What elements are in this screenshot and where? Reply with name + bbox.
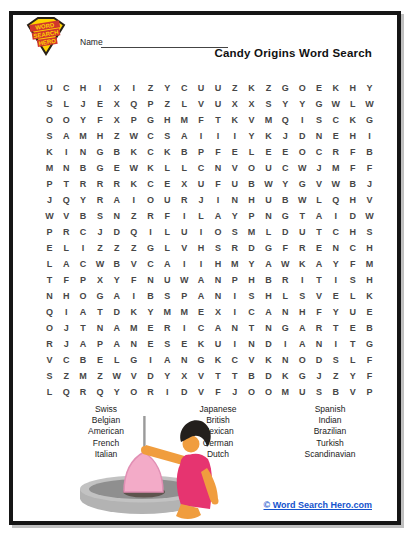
grid-cell[interactable]: Y	[361, 80, 378, 96]
grid-cell[interactable]: A	[108, 320, 125, 336]
grid-cell[interactable]: I	[125, 192, 142, 208]
grid-cell[interactable]: R	[41, 336, 58, 352]
grid-cell[interactable]: X	[92, 272, 109, 288]
grid-cell[interactable]: I	[226, 336, 243, 352]
grid-cell[interactable]: G	[125, 352, 142, 368]
grid-cell[interactable]: L	[311, 192, 328, 208]
grid-cell[interactable]: D	[260, 336, 277, 352]
grid-cell[interactable]: D	[277, 224, 294, 240]
grid-cell[interactable]: H	[344, 128, 361, 144]
grid-cell[interactable]: I	[361, 128, 378, 144]
grid-cell[interactable]: Y	[108, 384, 125, 400]
grid-cell[interactable]: H	[344, 224, 361, 240]
grid-cell[interactable]: A	[294, 320, 311, 336]
grid-cell[interactable]: E	[327, 288, 344, 304]
grid-cell[interactable]: O	[294, 80, 311, 96]
grid-cell[interactable]: I	[176, 256, 193, 272]
copyright-link[interactable]: © Word Search Hero.com	[264, 500, 373, 510]
grid-cell[interactable]: N	[142, 272, 159, 288]
grid-cell[interactable]: U	[159, 272, 176, 288]
grid-cell[interactable]: N	[210, 288, 227, 304]
grid-cell[interactable]: Q	[58, 384, 75, 400]
grid-cell[interactable]: V	[243, 352, 260, 368]
grid-cell[interactable]: E	[193, 304, 210, 320]
grid-cell[interactable]: I	[176, 320, 193, 336]
grid-cell[interactable]: D	[176, 384, 193, 400]
grid-cell[interactable]: T	[226, 368, 243, 384]
grid-cell[interactable]: U	[294, 224, 311, 240]
grid-cell[interactable]: M	[243, 224, 260, 240]
grid-cell[interactable]: F	[193, 112, 210, 128]
grid-cell[interactable]: Y	[75, 192, 92, 208]
grid-cell[interactable]: G	[142, 240, 159, 256]
grid-cell[interactable]: X	[108, 112, 125, 128]
grid-cell[interactable]: I	[159, 384, 176, 400]
grid-cell[interactable]: O	[41, 112, 58, 128]
grid-cell[interactable]: I	[125, 288, 142, 304]
grid-cell[interactable]: Y	[294, 96, 311, 112]
grid-cell[interactable]: F	[361, 368, 378, 384]
grid-cell[interactable]: F	[344, 144, 361, 160]
grid-cell[interactable]: Y	[108, 272, 125, 288]
grid-cell[interactable]: U	[226, 176, 243, 192]
grid-cell[interactable]: Y	[243, 256, 260, 272]
grid-cell[interactable]: I	[176, 208, 193, 224]
grid-cell[interactable]: A	[75, 304, 92, 320]
grid-cell[interactable]: C	[142, 144, 159, 160]
grid-cell[interactable]: B	[142, 288, 159, 304]
grid-cell[interactable]: G	[294, 368, 311, 384]
grid-cell[interactable]: E	[142, 336, 159, 352]
grid-cell[interactable]: I	[327, 208, 344, 224]
grid-cell[interactable]: D	[108, 224, 125, 240]
grid-cell[interactable]: S	[41, 96, 58, 112]
grid-cell[interactable]: G	[92, 288, 109, 304]
grid-cell[interactable]: X	[176, 176, 193, 192]
grid-cell[interactable]: A	[176, 128, 193, 144]
grid-cell[interactable]: V	[41, 352, 58, 368]
grid-cell[interactable]: C	[176, 80, 193, 96]
grid-cell[interactable]: A	[260, 256, 277, 272]
grid-cell[interactable]: P	[41, 176, 58, 192]
grid-cell[interactable]: S	[294, 288, 311, 304]
grid-cell[interactable]: N	[210, 272, 227, 288]
grid-cell[interactable]: L	[344, 96, 361, 112]
grid-cell[interactable]: I	[142, 224, 159, 240]
grid-cell[interactable]: F	[361, 160, 378, 176]
grid-cell[interactable]: G	[361, 336, 378, 352]
grid-cell[interactable]: Y	[277, 176, 294, 192]
grid-cell[interactable]: H	[92, 128, 109, 144]
grid-cell[interactable]: C	[142, 256, 159, 272]
grid-cell[interactable]: N	[108, 208, 125, 224]
grid-cell[interactable]: Q	[41, 304, 58, 320]
grid-cell[interactable]: R	[92, 176, 109, 192]
grid-cell[interactable]: Y	[327, 304, 344, 320]
grid-cell[interactable]: O	[41, 320, 58, 336]
grid-cell[interactable]: D	[142, 368, 159, 384]
grid-cell[interactable]: Z	[327, 368, 344, 384]
grid-cell[interactable]: P	[125, 112, 142, 128]
grid-cell[interactable]: T	[210, 368, 227, 384]
grid-cell[interactable]: Z	[125, 240, 142, 256]
grid-cell[interactable]: A	[159, 352, 176, 368]
grid-cell[interactable]: F	[344, 160, 361, 176]
grid-cell[interactable]: E	[92, 352, 109, 368]
grid-cell[interactable]: O	[243, 384, 260, 400]
grid-cell[interactable]: H	[361, 272, 378, 288]
grid-cell[interactable]: Z	[92, 240, 109, 256]
grid-cell[interactable]: K	[260, 352, 277, 368]
grid-cell[interactable]: O	[294, 352, 311, 368]
grid-cell[interactable]: P	[75, 272, 92, 288]
grid-cell[interactable]: C	[226, 352, 243, 368]
grid-cell[interactable]: L	[41, 384, 58, 400]
grid-cell[interactable]: C	[327, 112, 344, 128]
grid-cell[interactable]: C	[142, 128, 159, 144]
grid-cell[interactable]: W	[125, 160, 142, 176]
grid-cell[interactable]: I	[210, 192, 227, 208]
grid-cell[interactable]: V	[58, 208, 75, 224]
grid-cell[interactable]: G	[92, 144, 109, 160]
grid-cell[interactable]: U	[294, 384, 311, 400]
grid-cell[interactable]: L	[159, 240, 176, 256]
grid-cell[interactable]: B	[75, 160, 92, 176]
grid-cell[interactable]: I	[75, 240, 92, 256]
grid-cell[interactable]: S	[226, 224, 243, 240]
grid-cell[interactable]: K	[125, 176, 142, 192]
grid-cell[interactable]: E	[41, 240, 58, 256]
grid-cell[interactable]: H	[159, 112, 176, 128]
grid-cell[interactable]: H	[344, 80, 361, 96]
grid-cell[interactable]: X	[243, 96, 260, 112]
grid-cell[interactable]: P	[142, 96, 159, 112]
grid-cell[interactable]: T	[210, 112, 227, 128]
grid-cell[interactable]: E	[159, 176, 176, 192]
grid-cell[interactable]: S	[311, 112, 328, 128]
grid-cell[interactable]: M	[75, 128, 92, 144]
grid-cell[interactable]: C	[311, 144, 328, 160]
grid-cell[interactable]: I	[327, 272, 344, 288]
grid-cell[interactable]: V	[125, 256, 142, 272]
grid-cell[interactable]: R	[327, 144, 344, 160]
grid-cell[interactable]: K	[260, 128, 277, 144]
grid-cell[interactable]: F	[361, 352, 378, 368]
grid-cell[interactable]: I	[277, 336, 294, 352]
grid-cell[interactable]: J	[193, 192, 210, 208]
grid-cell[interactable]: K	[361, 288, 378, 304]
grid-cell[interactable]: N	[260, 208, 277, 224]
grid-cell[interactable]: N	[311, 336, 328, 352]
grid-cell[interactable]: E	[176, 336, 193, 352]
grid-cell[interactable]: A	[58, 256, 75, 272]
grid-cell[interactable]: I	[58, 304, 75, 320]
grid-cell[interactable]: C	[193, 160, 210, 176]
grid-cell[interactable]: V	[344, 384, 361, 400]
grid-cell[interactable]: S	[159, 288, 176, 304]
grid-cell[interactable]: V	[125, 368, 142, 384]
grid-cell[interactable]: C	[142, 176, 159, 192]
grid-cell[interactable]: I	[193, 224, 210, 240]
grid-cell[interactable]: G	[142, 112, 159, 128]
grid-cell[interactable]: N	[243, 336, 260, 352]
grid-cell[interactable]: I	[294, 112, 311, 128]
grid-cell[interactable]: S	[92, 208, 109, 224]
grid-cell[interactable]: D	[311, 352, 328, 368]
grid-cell[interactable]: A	[210, 320, 227, 336]
grid-cell[interactable]: T	[327, 320, 344, 336]
grid-cell[interactable]: R	[108, 176, 125, 192]
grid-cell[interactable]: W	[327, 176, 344, 192]
grid-cell[interactable]: K	[41, 144, 58, 160]
grid-cell[interactable]: K	[125, 144, 142, 160]
grid-cell[interactable]: W	[294, 160, 311, 176]
grid-cell[interactable]: T	[311, 272, 328, 288]
grid-cell[interactable]: O	[58, 112, 75, 128]
grid-cell[interactable]: R	[142, 384, 159, 400]
grid-cell[interactable]: M	[125, 320, 142, 336]
grid-cell[interactable]: V	[311, 176, 328, 192]
grid-cell[interactable]: R	[75, 384, 92, 400]
grid-cell[interactable]: J	[361, 176, 378, 192]
grid-cell[interactable]: S	[41, 368, 58, 384]
grid-cell[interactable]: T	[311, 224, 328, 240]
grid-cell[interactable]: I	[142, 352, 159, 368]
grid-cell[interactable]: P	[243, 208, 260, 224]
grid-cell[interactable]: E	[92, 96, 109, 112]
grid-cell[interactable]: N	[260, 320, 277, 336]
grid-cell[interactable]: L	[277, 288, 294, 304]
grid-cell[interactable]: V	[226, 160, 243, 176]
grid-cell[interactable]: L	[344, 288, 361, 304]
grid-cell[interactable]: H	[294, 304, 311, 320]
grid-cell[interactable]: D	[243, 240, 260, 256]
grid-cell[interactable]: G	[193, 352, 210, 368]
grid-cell[interactable]: W	[294, 192, 311, 208]
grid-cell[interactable]: A	[193, 272, 210, 288]
grid-cell[interactable]: Z	[226, 80, 243, 96]
grid-cell[interactable]: I	[226, 304, 243, 320]
grid-cell[interactable]: K	[327, 80, 344, 96]
grid-cell[interactable]: M	[226, 256, 243, 272]
grid-cell[interactable]: I	[294, 272, 311, 288]
grid-cell[interactable]: W	[108, 368, 125, 384]
grid-cell[interactable]: S	[243, 288, 260, 304]
grid-cell[interactable]: Z	[125, 208, 142, 224]
grid-cell[interactable]: I	[125, 80, 142, 96]
grid-cell[interactable]: Z	[58, 368, 75, 384]
grid-cell[interactable]: T	[243, 320, 260, 336]
grid-cell[interactable]: V	[176, 240, 193, 256]
grid-cell[interactable]: O	[75, 288, 92, 304]
grid-cell[interactable]: J	[311, 368, 328, 384]
grid-cell[interactable]: O	[142, 192, 159, 208]
grid-cell[interactable]: K	[277, 368, 294, 384]
grid-cell[interactable]: V	[193, 368, 210, 384]
grid-cell[interactable]: U	[193, 80, 210, 96]
grid-cell[interactable]: T	[344, 336, 361, 352]
grid-cell[interactable]: H	[243, 272, 260, 288]
grid-cell[interactable]: C	[327, 224, 344, 240]
grid-cell[interactable]: A	[108, 192, 125, 208]
grid-cell[interactable]: Y	[327, 256, 344, 272]
grid-cell[interactable]: W	[361, 96, 378, 112]
grid-cell[interactable]: I	[193, 256, 210, 272]
grid-cell[interactable]: F	[159, 208, 176, 224]
grid-cell[interactable]: S	[361, 224, 378, 240]
grid-cell[interactable]: I	[226, 128, 243, 144]
grid-cell[interactable]: M	[260, 112, 277, 128]
grid-cell[interactable]: G	[361, 112, 378, 128]
grid-cell[interactable]: J	[75, 96, 92, 112]
grid-cell[interactable]: T	[58, 176, 75, 192]
grid-cell[interactable]: V	[193, 96, 210, 112]
grid-cell[interactable]: S	[327, 352, 344, 368]
grid-cell[interactable]: S	[311, 384, 328, 400]
grid-cell[interactable]: Y	[243, 128, 260, 144]
grid-cell[interactable]: P	[226, 272, 243, 288]
grid-cell[interactable]: N	[226, 320, 243, 336]
grid-cell[interactable]: V	[311, 288, 328, 304]
grid-cell[interactable]: M	[327, 160, 344, 176]
grid-cell[interactable]: D	[344, 208, 361, 224]
grid-cell[interactable]: A	[58, 128, 75, 144]
grid-cell[interactable]: R	[142, 208, 159, 224]
grid-cell[interactable]: N	[176, 352, 193, 368]
grid-cell[interactable]: H	[58, 288, 75, 304]
grid-cell[interactable]: Y	[75, 112, 92, 128]
grid-cell[interactable]: E	[142, 320, 159, 336]
grid-cell[interactable]: I	[226, 288, 243, 304]
grid-cell[interactable]: C	[75, 256, 92, 272]
grid-cell[interactable]: T	[41, 272, 58, 288]
grid-cell[interactable]: W	[92, 256, 109, 272]
grid-cell[interactable]: E	[108, 160, 125, 176]
grid-cell[interactable]: Z	[92, 368, 109, 384]
grid-cell[interactable]: A	[75, 336, 92, 352]
grid-cell[interactable]: K	[142, 160, 159, 176]
grid-cell[interactable]: E	[277, 144, 294, 160]
grid-cell[interactable]: Q	[58, 192, 75, 208]
grid-cell[interactable]: S	[260, 96, 277, 112]
grid-cell[interactable]: Q	[327, 192, 344, 208]
grid-cell[interactable]: B	[108, 256, 125, 272]
grid-cell[interactable]: E	[327, 128, 344, 144]
grid-cell[interactable]: G	[260, 240, 277, 256]
grid-cell[interactable]: S	[210, 240, 227, 256]
grid-cell[interactable]: A	[210, 208, 227, 224]
grid-cell[interactable]: M	[159, 304, 176, 320]
grid-cell[interactable]: P	[92, 336, 109, 352]
grid-cell[interactable]: N	[92, 320, 109, 336]
grid-cell[interactable]: G	[277, 208, 294, 224]
grid-cell[interactable]: X	[226, 96, 243, 112]
grid-cell[interactable]: P	[41, 224, 58, 240]
grid-cell[interactable]: Z	[159, 96, 176, 112]
grid-cell[interactable]: K	[159, 144, 176, 160]
grid-cell[interactable]: W	[260, 176, 277, 192]
grid-cell[interactable]: E	[311, 80, 328, 96]
grid-cell[interactable]: H	[193, 240, 210, 256]
grid-cell[interactable]: N	[125, 336, 142, 352]
grid-cell[interactable]: B	[243, 176, 260, 192]
grid-cell[interactable]: J	[58, 336, 75, 352]
grid-cell[interactable]: D	[108, 304, 125, 320]
grid-cell[interactable]: N	[226, 192, 243, 208]
grid-cell[interactable]: L	[260, 224, 277, 240]
grid-cell[interactable]: F	[58, 272, 75, 288]
grid-cell[interactable]: B	[75, 208, 92, 224]
grid-cell[interactable]: G	[277, 80, 294, 96]
grid-cell[interactable]: V	[193, 384, 210, 400]
grid-cell[interactable]: L	[159, 224, 176, 240]
grid-cell[interactable]: I	[193, 128, 210, 144]
grid-cell[interactable]: U	[344, 304, 361, 320]
grid-cell[interactable]: A	[294, 336, 311, 352]
grid-cell[interactable]: O	[210, 224, 227, 240]
grid-cell[interactable]: C	[193, 320, 210, 336]
grid-cell[interactable]: C	[75, 224, 92, 240]
grid-cell[interactable]: B	[243, 368, 260, 384]
grid-cell[interactable]: R	[159, 320, 176, 336]
grid-cell[interactable]: R	[75, 176, 92, 192]
grid-cell[interactable]: F	[277, 240, 294, 256]
grid-cell[interactable]: Z	[260, 80, 277, 96]
grid-cell[interactable]: J	[58, 320, 75, 336]
grid-cell[interactable]: I	[92, 80, 109, 96]
grid-cell[interactable]: W	[176, 272, 193, 288]
grid-cell[interactable]: X	[176, 368, 193, 384]
grid-cell[interactable]: A	[311, 256, 328, 272]
grid-cell[interactable]: E	[226, 144, 243, 160]
grid-cell[interactable]: A	[311, 208, 328, 224]
grid-cell[interactable]: U	[210, 80, 227, 96]
grid-cell[interactable]: Y	[142, 304, 159, 320]
grid-cell[interactable]: I	[327, 336, 344, 352]
grid-cell[interactable]: C	[58, 80, 75, 96]
grid-cell[interactable]: G	[92, 160, 109, 176]
grid-cell[interactable]: X	[108, 80, 125, 96]
grid-cell[interactable]: B	[361, 144, 378, 160]
grid-cell[interactable]: F	[92, 112, 109, 128]
grid-cell[interactable]: K	[294, 256, 311, 272]
grid-cell[interactable]: L	[193, 208, 210, 224]
grid-cell[interactable]: B	[344, 176, 361, 192]
grid-cell[interactable]: J	[226, 384, 243, 400]
grid-cell[interactable]: V	[243, 112, 260, 128]
grid-cell[interactable]: C	[58, 352, 75, 368]
grid-cell[interactable]: A	[159, 256, 176, 272]
grid-cell[interactable]: S	[41, 128, 58, 144]
grid-cell[interactable]: B	[277, 192, 294, 208]
grid-cell[interactable]: Q	[277, 112, 294, 128]
grid-cell[interactable]: K	[226, 112, 243, 128]
grid-cell[interactable]: O	[294, 144, 311, 160]
grid-cell[interactable]: H	[243, 192, 260, 208]
grid-cell[interactable]: N	[311, 128, 328, 144]
grid-cell[interactable]: N	[210, 160, 227, 176]
grid-cell[interactable]: U	[260, 160, 277, 176]
grid-cell[interactable]: D	[260, 368, 277, 384]
grid-cell[interactable]: Y	[277, 96, 294, 112]
grid-cell[interactable]: K	[210, 352, 227, 368]
grid-cell[interactable]: V	[361, 192, 378, 208]
grid-cell[interactable]: S	[159, 128, 176, 144]
grid-cell[interactable]: M	[277, 384, 294, 400]
grid-cell[interactable]: L	[176, 160, 193, 176]
grid-cell[interactable]: U	[260, 192, 277, 208]
grid-cell[interactable]: P	[361, 384, 378, 400]
